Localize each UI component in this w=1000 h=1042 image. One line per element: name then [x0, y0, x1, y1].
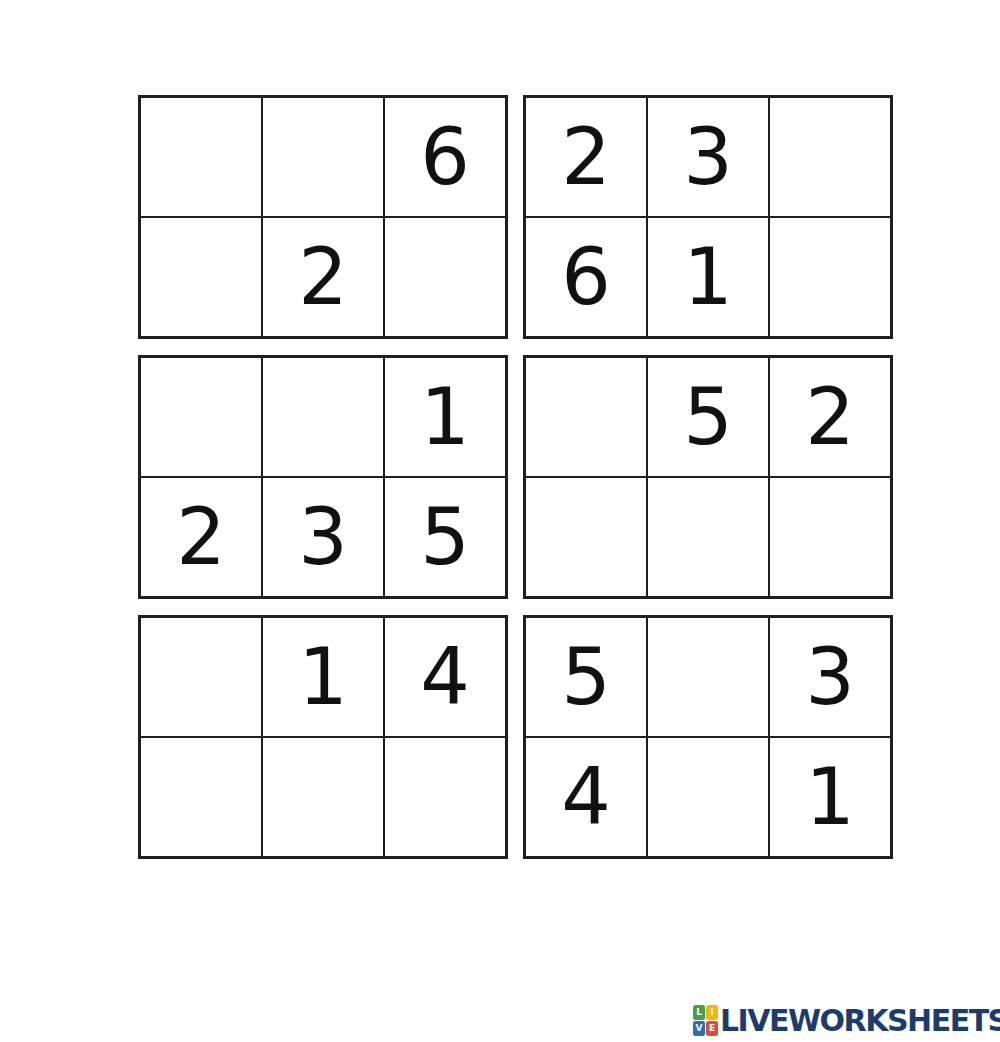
cell-r3c1-empty[interactable]	[140, 357, 262, 477]
cell-r5c6-given: 3	[769, 617, 891, 737]
cell-r4c5-empty[interactable]	[647, 477, 769, 597]
cell-r3c4-empty[interactable]	[525, 357, 647, 477]
cell-r6c1-empty[interactable]	[140, 737, 262, 857]
sudoku-board: 622361123552145341	[138, 95, 893, 859]
cell-r2c1-empty[interactable]	[140, 217, 262, 337]
cell-r1c5-given: 3	[647, 97, 769, 217]
cell-r3c3-given: 1	[384, 357, 506, 477]
cell-r5c3-given: 4	[384, 617, 506, 737]
cell-r4c1-given: 2	[140, 477, 262, 597]
cell-r5c4-given: 5	[525, 617, 647, 737]
cell-r2c4-given: 6	[525, 217, 647, 337]
block-r1c1: 62	[138, 95, 508, 339]
cell-r2c3-empty[interactable]	[384, 217, 506, 337]
brand-tile-v-icon: V	[693, 1021, 705, 1036]
cell-r4c2-given: 3	[262, 477, 384, 597]
cell-r4c6-empty[interactable]	[769, 477, 891, 597]
cell-r5c2-given: 1	[262, 617, 384, 737]
brand-tile-i-icon: I	[706, 1005, 718, 1020]
cell-r6c5-empty[interactable]	[647, 737, 769, 857]
cell-r2c6-empty[interactable]	[769, 217, 891, 337]
block-r2c2: 52	[523, 355, 893, 599]
cell-r1c4-given: 2	[525, 97, 647, 217]
liveworksheets-logo[interactable]: LIVE LIVEWORKSHEETS	[693, 1004, 1000, 1037]
cell-r1c1-empty[interactable]	[140, 97, 262, 217]
block-r3c1: 14	[138, 615, 508, 859]
cell-r5c1-empty[interactable]	[140, 617, 262, 737]
liveworksheets-icon: LIVE	[693, 1005, 718, 1036]
cell-r1c3-given: 6	[384, 97, 506, 217]
cell-r6c6-given: 1	[769, 737, 891, 857]
worksheet-page: 622361123552145341 LIVE LIVEWORKSHEETS	[0, 0, 1000, 1042]
cell-r3c5-given: 5	[647, 357, 769, 477]
cell-r5c5-empty[interactable]	[647, 617, 769, 737]
cell-r1c6-empty[interactable]	[769, 97, 891, 217]
cell-r4c3-given: 5	[384, 477, 506, 597]
cell-r1c2-empty[interactable]	[262, 97, 384, 217]
cell-r6c4-given: 4	[525, 737, 647, 857]
block-r2c1: 1235	[138, 355, 508, 599]
cell-r3c6-given: 2	[769, 357, 891, 477]
cell-r6c2-empty[interactable]	[262, 737, 384, 857]
cell-r2c2-given: 2	[262, 217, 384, 337]
liveworksheets-wordmark: LIVEWORKSHEETS	[720, 1004, 1000, 1037]
cell-r6c3-empty[interactable]	[384, 737, 506, 857]
cell-r4c4-empty[interactable]	[525, 477, 647, 597]
block-r1c2: 2361	[523, 95, 893, 339]
brand-tile-e-icon: E	[706, 1021, 718, 1036]
block-r3c2: 5341	[523, 615, 893, 859]
brand-tile-l-icon: L	[693, 1005, 705, 1020]
cell-r2c5-given: 1	[647, 217, 769, 337]
cell-r3c2-empty[interactable]	[262, 357, 384, 477]
